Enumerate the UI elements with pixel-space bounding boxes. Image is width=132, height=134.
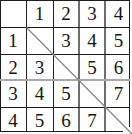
cell-r1-c2: 3 [53,27,79,54]
grid-line-horizontal-1 [0,27,130,28]
grid-line-top-border [0,0,130,1]
board-grid: 1 2 3 4 1 3 4 5 2 3 5 6 3 4 5 7 4 5 6 7 [0,0,132,134]
cell-r2-c4: 6 [105,54,132,80]
grid-line-vertical-3 [78,0,80,132]
cell-r3-c4: 7 [105,80,132,107]
cell-r4-c1: 5 [26,107,53,134]
grid-line-vertical-4 [104,0,106,132]
cell-r2-c3: 5 [79,54,105,80]
col-header-3: 3 [79,0,105,27]
corner-cell [0,0,26,27]
cell-r3-c2: 5 [53,80,79,107]
cell-r4-c4-diagonal [105,107,132,134]
cell-r4-c2: 6 [53,107,79,134]
cell-r3-c1: 4 [26,80,53,107]
row-header-1: 1 [0,27,26,54]
grid-line-vertical-2 [53,0,54,132]
cell-r1-c3: 4 [79,27,105,54]
grid-line-horizontal-2 [0,54,130,55]
grid-line-vertical-1 [26,0,27,132]
cell-r2-c2-diagonal [53,54,79,80]
cell-r2-c1: 3 [26,54,53,80]
grid-line-left-border [0,0,1,132]
grid-line-horizontal-4 [0,107,130,108]
cell-r3-c3-diagonal [79,80,105,107]
cell-r1-c1-diagonal [26,27,53,54]
cell-r4-c3: 7 [79,107,105,134]
grid-line-horizontal-3 [0,79,130,81]
col-header-4: 4 [105,0,132,27]
col-header-2: 2 [53,0,79,27]
row-header-4: 4 [0,107,26,134]
addition-table-board: 1 2 3 4 1 3 4 5 2 3 5 6 3 4 5 7 4 5 6 7 [0,0,132,134]
col-header-1: 1 [26,0,53,27]
grid-line-bottom-border [0,131,123,132]
row-header-3: 3 [0,80,26,107]
cell-r1-c4: 5 [105,27,132,54]
row-header-2: 2 [0,54,26,80]
